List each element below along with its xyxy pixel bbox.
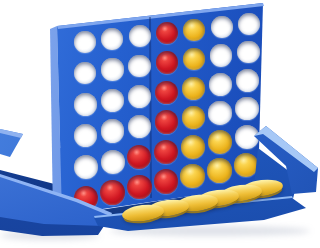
hole-r4c7-empty bbox=[235, 97, 259, 121]
hole-r3c5-yellow bbox=[182, 77, 205, 100]
hole-r4c5-yellow bbox=[182, 106, 206, 130]
hole-r6c7-yellow bbox=[234, 153, 259, 178]
hole-r1c4-red bbox=[156, 22, 178, 44]
hole-r6c6-yellow bbox=[207, 158, 232, 183]
hole-r1c5-yellow bbox=[183, 19, 205, 41]
hole-r4c1-empty bbox=[74, 124, 98, 148]
hole-r6c2-red bbox=[100, 180, 125, 205]
hole-r6c4-red bbox=[154, 169, 179, 194]
hole-r5c4-red bbox=[154, 140, 178, 164]
hole-r1c6-empty bbox=[211, 16, 233, 38]
hole-r3c1-empty bbox=[74, 93, 97, 116]
hole-r1c2-empty bbox=[101, 28, 123, 50]
hole-r3c6-empty bbox=[209, 73, 232, 96]
hole-r3c2-empty bbox=[101, 89, 124, 112]
hole-r2c4-red bbox=[156, 51, 179, 74]
hole-r5c2-empty bbox=[101, 150, 125, 174]
hole-r6c3-red bbox=[127, 175, 152, 200]
hole-r5c1-empty bbox=[74, 155, 98, 179]
hole-r2c1-empty bbox=[74, 62, 97, 85]
hole-r5c6-yellow bbox=[208, 130, 232, 154]
hole-r4c3-empty bbox=[128, 115, 152, 139]
hole-r1c3-empty bbox=[129, 25, 151, 47]
hole-r3c3-empty bbox=[128, 85, 151, 108]
hole-r5c5-yellow bbox=[181, 135, 205, 159]
hole-r3c4-red bbox=[155, 81, 178, 104]
hole-r4c6-empty bbox=[208, 101, 232, 125]
hole-r2c5-yellow bbox=[183, 48, 206, 71]
hole-r6c5-yellow bbox=[180, 164, 205, 189]
hole-r5c3-red bbox=[127, 145, 151, 169]
hole-r2c7-empty bbox=[237, 41, 260, 64]
hole-r2c2-empty bbox=[101, 58, 124, 81]
hole-r2c6-empty bbox=[210, 44, 233, 67]
hole-r1c7-empty bbox=[238, 13, 260, 35]
hole-r2c3-empty bbox=[128, 55, 151, 78]
hole-r4c2-empty bbox=[101, 119, 125, 143]
hole-r1c1-empty bbox=[74, 31, 96, 53]
connect-four-product-photo bbox=[0, 0, 320, 248]
hole-r4c4-red bbox=[155, 110, 179, 134]
hole-r3c7-empty bbox=[236, 69, 259, 92]
